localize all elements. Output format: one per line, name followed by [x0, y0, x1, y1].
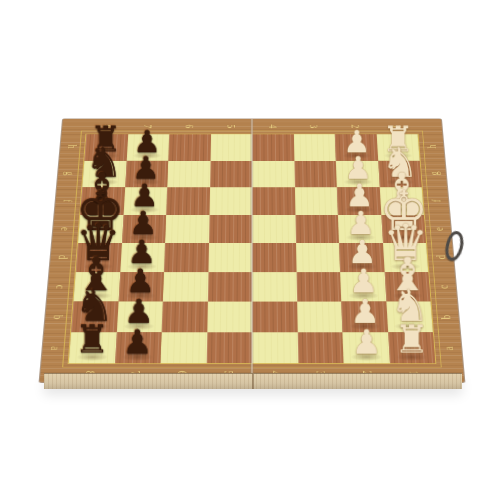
square-a1: ♜	[388, 332, 436, 363]
piece-white-pawn-a2: ♟	[351, 325, 381, 359]
square-h5	[210, 134, 252, 160]
square-e3	[295, 215, 339, 243]
square-b6	[162, 302, 208, 332]
piece-black-rook-a8: ♜	[75, 320, 110, 359]
file-label-left-d: d	[49, 243, 77, 272]
rank-label-top-5: 5	[210, 119, 252, 134]
square-a7: ♟	[115, 332, 162, 363]
rank-label-top-3: 3	[293, 119, 335, 134]
square-c5	[207, 272, 252, 302]
square-c3	[296, 272, 341, 302]
square-g5	[210, 161, 252, 188]
square-e6	[165, 215, 209, 243]
square-h3	[293, 134, 335, 160]
square-a8: ♜	[69, 332, 117, 363]
square-d6	[164, 243, 209, 272]
square-e5	[209, 215, 253, 243]
square-a2: ♟	[342, 332, 389, 363]
square-a5	[206, 332, 252, 363]
square-h4	[252, 134, 294, 160]
square-f5	[209, 187, 252, 214]
piece-black-pawn-a7: ♟	[123, 325, 153, 359]
front-edge-seam	[252, 374, 254, 389]
square-f6	[166, 187, 209, 214]
chess-board: 87654321 87654321 hgfedcba hgfedcba ♜♟♟♜…	[40, 119, 465, 382]
square-b4	[252, 302, 297, 332]
product-photo: 87654321 87654321 hgfedcba hgfedcba ♜♟♟♜…	[0, 0, 500, 500]
square-a3	[297, 332, 343, 363]
file-label-left-h: h	[59, 134, 85, 160]
file-label-left-c: c	[47, 272, 75, 302]
rank-label-top-6: 6	[169, 119, 211, 134]
square-g4	[252, 161, 294, 188]
board-front-edge	[44, 373, 462, 389]
rank-label-top-4: 4	[252, 119, 294, 134]
square-a6	[160, 332, 206, 363]
square-c4	[252, 272, 297, 302]
board-scene: 87654321 87654321 hgfedcba hgfedcba ♜♟♟♜…	[40, 119, 465, 382]
file-label-right-c: c	[429, 272, 457, 302]
square-g3	[294, 161, 337, 188]
square-d4	[252, 243, 296, 272]
piece-white-rook-a1: ♜	[395, 320, 430, 359]
square-c6	[163, 272, 208, 302]
square-a4	[252, 332, 298, 363]
file-label-right-b: b	[432, 302, 460, 333]
square-d3	[296, 243, 341, 272]
file-label-left-b: b	[44, 302, 72, 333]
square-g6	[167, 161, 210, 188]
file-label-left-a: a	[41, 333, 70, 364]
square-b3	[297, 302, 343, 332]
square-d5	[208, 243, 252, 272]
square-f4	[252, 187, 295, 214]
square-b5	[207, 302, 252, 332]
file-label-right-h: h	[419, 134, 445, 160]
square-h6	[168, 134, 210, 160]
square-e4	[252, 215, 296, 243]
square-f3	[294, 187, 337, 214]
file-label-right-a: a	[434, 333, 463, 364]
